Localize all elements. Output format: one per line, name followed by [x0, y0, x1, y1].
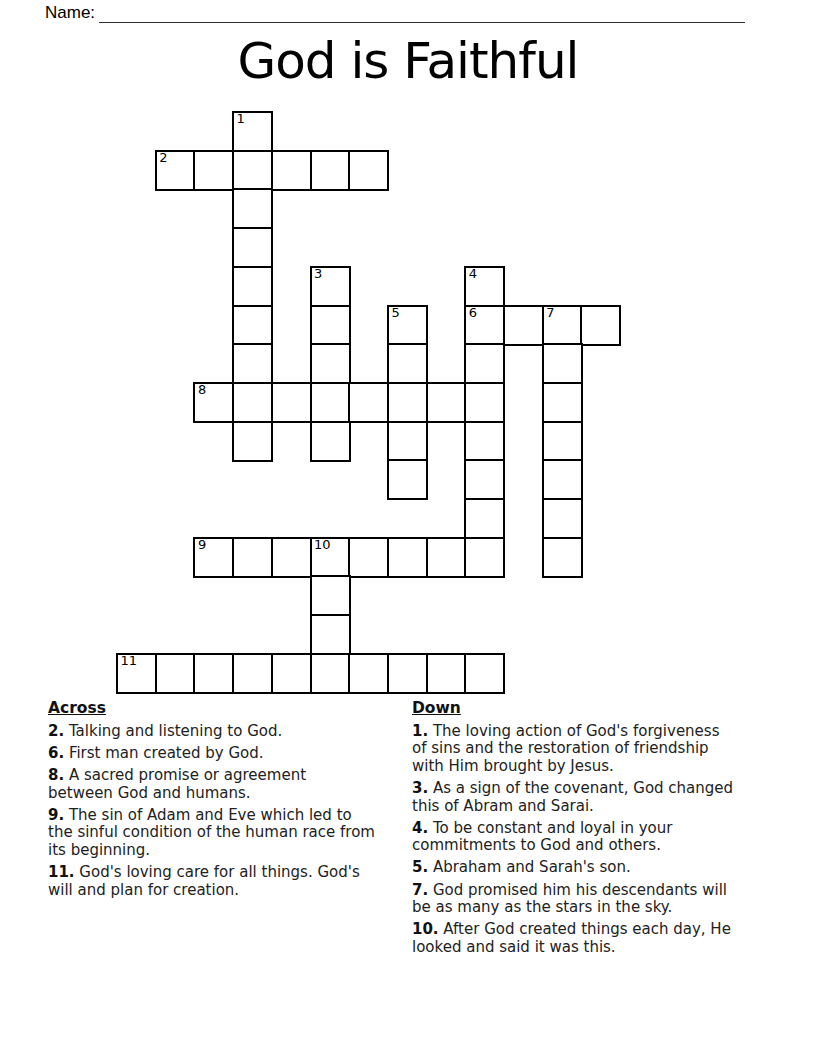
- cell-r8-c9[interactable]: [464, 421, 505, 462]
- down-clue-1: 1. The loving action of God's forgivenes…: [412, 723, 802, 776]
- cell-r5-c7[interactable]: 5: [387, 305, 428, 346]
- across-clue-9-number: 9.: [48, 806, 64, 824]
- grid-number-2: 2: [159, 151, 167, 166]
- down-heading: Down: [412, 700, 802, 718]
- page-title: God is Faithful: [0, 33, 816, 91]
- down-clue-10-number: 10.: [412, 920, 439, 938]
- cell-r5-c9[interactable]: 6: [464, 305, 505, 346]
- cell-r4-c5[interactable]: 3: [310, 266, 351, 307]
- crossword-grid: 1234567891011: [116, 111, 622, 694]
- across-clues-section: Across 2. Talking and listening to God.6…: [48, 700, 410, 904]
- cell-r14-c5[interactable]: [310, 653, 351, 694]
- cell-r8-c5[interactable]: [310, 421, 351, 462]
- across-clue-list: 2. Talking and listening to God.6. First…: [48, 723, 410, 899]
- cell-r11-c4[interactable]: [271, 537, 312, 578]
- cell-r9-c9[interactable]: [464, 459, 505, 500]
- across-clue-8: 8. A sacred promise or agreementbetween …: [48, 767, 410, 802]
- cell-r6-c7[interactable]: [387, 343, 428, 384]
- cell-r4-c9[interactable]: 4: [464, 266, 505, 307]
- cell-r14-c7[interactable]: [387, 653, 428, 694]
- cell-r14-c3[interactable]: [232, 653, 273, 694]
- down-clue-3-number: 3.: [412, 779, 428, 797]
- across-clue-2-number: 2.: [48, 722, 64, 740]
- cell-r6-c5[interactable]: [310, 343, 351, 384]
- cell-r11-c6[interactable]: [348, 537, 389, 578]
- grid-number-1: 1: [237, 112, 245, 127]
- cell-r7-c5[interactable]: [310, 382, 351, 423]
- cell-r0-c3[interactable]: 1: [232, 111, 273, 152]
- cell-r7-c4[interactable]: [271, 382, 312, 423]
- cell-r11-c11[interactable]: [542, 537, 583, 578]
- cell-r7-c2[interactable]: 8: [193, 382, 234, 423]
- cell-r14-c1[interactable]: [155, 653, 196, 694]
- down-clue-4: 4. To be constant and loyal in yourcommi…: [412, 820, 802, 855]
- cell-r11-c3[interactable]: [232, 537, 273, 578]
- cell-r5-c11[interactable]: 7: [542, 305, 583, 346]
- worksheet-page: Name: God is Faithful 1234567891011 Acro…: [0, 0, 816, 1056]
- cell-r1-c4[interactable]: [271, 150, 312, 191]
- down-clue-3: 3. As a sign of the covenant, God change…: [412, 780, 802, 815]
- down-clue-10: 10. After God created things each day, H…: [412, 921, 802, 956]
- grid-number-7: 7: [546, 306, 554, 321]
- cell-r7-c9[interactable]: [464, 382, 505, 423]
- across-clue-11-number: 11.: [48, 863, 75, 881]
- cell-r14-c9[interactable]: [464, 653, 505, 694]
- cell-r1-c6[interactable]: [348, 150, 389, 191]
- grid-number-10: 10: [314, 538, 331, 553]
- cell-r11-c8[interactable]: [426, 537, 467, 578]
- cell-r12-c5[interactable]: [310, 575, 351, 616]
- name-blank-line[interactable]: [99, 22, 745, 23]
- cell-r7-c7[interactable]: [387, 382, 428, 423]
- cell-r11-c5[interactable]: 10: [310, 537, 351, 578]
- grid-number-4: 4: [469, 267, 477, 282]
- cell-r5-c12[interactable]: [580, 305, 621, 346]
- down-clues-section: Down 1. The loving action of God's forgi…: [412, 700, 802, 961]
- cell-r1-c3[interactable]: [232, 150, 273, 191]
- cell-r2-c3[interactable]: [232, 188, 273, 229]
- across-heading: Across: [48, 700, 410, 718]
- across-clue-9: 9. The sin of Adam and Eve which led tot…: [48, 807, 410, 860]
- name-label: Name:: [45, 3, 95, 23]
- cell-r7-c3[interactable]: [232, 382, 273, 423]
- grid-number-6: 6: [469, 306, 477, 321]
- cell-r14-c8[interactable]: [426, 653, 467, 694]
- cell-r9-c11[interactable]: [542, 459, 583, 500]
- cell-r14-c0[interactable]: 11: [116, 653, 157, 694]
- cell-r9-c7[interactable]: [387, 459, 428, 500]
- down-clue-5-number: 5.: [412, 858, 428, 876]
- across-clue-6: 6. First man created by God.: [48, 745, 410, 763]
- across-clue-6-number: 6.: [48, 744, 64, 762]
- grid-number-11: 11: [121, 654, 138, 669]
- cell-r5-c10[interactable]: [503, 305, 544, 346]
- down-clue-7: 7. God promised him his descendants will…: [412, 882, 802, 917]
- across-clue-11: 11. God's loving care for all things. Go…: [48, 864, 410, 899]
- cell-r11-c9[interactable]: [464, 537, 505, 578]
- down-clue-1-number: 1.: [412, 722, 428, 740]
- cell-r11-c2[interactable]: 9: [193, 537, 234, 578]
- cell-r11-c7[interactable]: [387, 537, 428, 578]
- grid-number-8: 8: [198, 383, 206, 398]
- cell-r13-c5[interactable]: [310, 614, 351, 655]
- cell-r14-c4[interactable]: [271, 653, 312, 694]
- grid-number-5: 5: [391, 306, 399, 321]
- cell-r6-c11[interactable]: [542, 343, 583, 384]
- cell-r6-c9[interactable]: [464, 343, 505, 384]
- cell-r14-c2[interactable]: [193, 653, 234, 694]
- cell-r5-c3[interactable]: [232, 305, 273, 346]
- cell-r7-c8[interactable]: [426, 382, 467, 423]
- cell-r1-c5[interactable]: [310, 150, 351, 191]
- cell-r6-c3[interactable]: [232, 343, 273, 384]
- cell-r4-c3[interactable]: [232, 266, 273, 307]
- down-clue-list: 1. The loving action of God's forgivenes…: [412, 723, 802, 957]
- cell-r8-c3[interactable]: [232, 421, 273, 462]
- cell-r8-c7[interactable]: [387, 421, 428, 462]
- down-clue-5: 5. Abraham and Sarah's son.: [412, 859, 802, 877]
- cell-r8-c11[interactable]: [542, 421, 583, 462]
- across-clue-8-number: 8.: [48, 766, 64, 784]
- cell-r7-c6[interactable]: [348, 382, 389, 423]
- cell-r1-c1[interactable]: 2: [155, 150, 196, 191]
- down-clue-7-number: 7.: [412, 881, 428, 899]
- cell-r10-c9[interactable]: [464, 498, 505, 539]
- grid-number-3: 3: [314, 267, 322, 282]
- cell-r14-c6[interactable]: [348, 653, 389, 694]
- cell-r1-c2[interactable]: [193, 150, 234, 191]
- cell-r5-c5[interactable]: [310, 305, 351, 346]
- across-clue-2: 2. Talking and listening to God.: [48, 723, 410, 741]
- grid-number-9: 9: [198, 538, 206, 553]
- cell-r10-c11[interactable]: [542, 498, 583, 539]
- cell-r7-c11[interactable]: [542, 382, 583, 423]
- down-clue-4-number: 4.: [412, 819, 428, 837]
- cell-r3-c3[interactable]: [232, 227, 273, 268]
